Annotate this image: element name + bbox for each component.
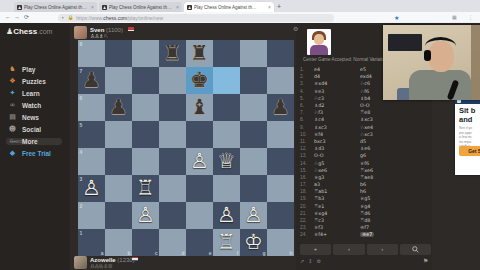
square-d2[interactable] <box>159 202 186 229</box>
move-row: 17.a3b6 <box>300 181 430 188</box>
move-row: 9.♗xc3♘xe4 <box>300 124 430 131</box>
sidebar <box>0 23 70 270</box>
top-player-captured-pieces: ♙♙♗♘ <box>90 33 108 39</box>
square-e5[interactable] <box>186 121 213 148</box>
move-number: 13. <box>300 153 314 158</box>
square-f8[interactable] <box>213 40 240 67</box>
share-icon[interactable]: ↗ <box>300 258 304 264</box>
ad-card: Sit b and See if yopre-appra few mino im… <box>455 104 480 175</box>
reload-icon[interactable]: ⟳ <box>24 14 29 21</box>
avatar-face <box>314 34 324 45</box>
move-row: 24.♕f4+♔e7 <box>300 231 430 238</box>
tab-close-icon[interactable]: × <box>91 4 94 10</box>
move-number: 23. <box>300 225 314 230</box>
sidebar-item-label: News <box>22 114 39 121</box>
tab-strip: ♟Play Chess Online Against th…×♟Play Che… <box>0 0 480 12</box>
square-a5[interactable]: 5 <box>78 121 105 148</box>
square-h2[interactable] <box>267 202 294 229</box>
square-e2[interactable] <box>186 202 213 229</box>
move-number: 5. <box>300 96 314 101</box>
piece-white-queen-f4[interactable]: ♕ <box>213 148 240 175</box>
people-icon: ☻ <box>8 125 17 134</box>
move-row: 21.♕xg4♖d6 <box>300 210 430 217</box>
add-button[interactable]: + <box>300 244 331 255</box>
square-a6[interactable]: 6 <box>78 94 105 121</box>
white-move[interactable]: ♖c3 <box>314 218 360 223</box>
square-g2[interactable]: ♙ <box>240 202 267 229</box>
shield-icon[interactable]: ◐ <box>62 15 65 21</box>
black-move[interactable]: ♗xc3 <box>360 117 406 122</box>
square-b8[interactable] <box>105 40 132 67</box>
sidebar-item-label: More <box>22 138 38 145</box>
rank-label: 8 <box>80 41 83 47</box>
puzzle-icon: ❖ <box>8 77 17 86</box>
tab-close-icon[interactable]: × <box>176 4 179 10</box>
square-a3[interactable]: 3♙ <box>78 175 105 202</box>
bottom-player-captured-pieces: ♟♟♞♝♛ <box>90 263 112 269</box>
rank-label: 6 <box>80 95 83 101</box>
square-h4[interactable] <box>267 148 294 175</box>
square-a8[interactable]: 8 <box>78 40 105 67</box>
dots-icon: ••• <box>8 137 17 146</box>
move-number: 17. <box>300 182 314 187</box>
square-b1[interactable]: b <box>105 229 132 256</box>
square-f7[interactable] <box>213 67 240 94</box>
move-number: 12. <box>300 146 314 151</box>
move-number: 9. <box>300 125 314 130</box>
sidebar-item-puzzles[interactable]: ❖Puzzles <box>8 76 46 86</box>
piece-black-pawn-h6[interactable]: ♟ <box>267 94 294 121</box>
sidebar-item-more[interactable]: •••More <box>8 136 38 146</box>
white-move[interactable]: ♕g3 <box>314 175 360 180</box>
move-controls: +‹› <box>300 244 431 256</box>
rank-label: 4 <box>80 149 83 155</box>
ad-cta-button[interactable]: Get St <box>459 146 480 156</box>
white-move[interactable]: ♖b3 <box>314 196 360 201</box>
square-f3[interactable] <box>213 175 240 202</box>
white-move[interactable]: bxc3 <box>314 139 360 144</box>
square-e6[interactable]: ♝ <box>186 94 213 121</box>
piece-white-rook-c3[interactable]: ♖ <box>132 175 159 202</box>
piece-white-pawn-f2[interactable]: ♙ <box>213 202 240 229</box>
square-f2[interactable]: ♙ <box>213 202 240 229</box>
piece-white-pawn-a3[interactable]: ♙ <box>78 175 105 202</box>
move-row: 20.♖e1♕g4 <box>300 203 430 210</box>
rank-label: 2 <box>80 203 83 209</box>
square-d8[interactable]: ♜ <box>159 40 186 67</box>
black-move[interactable]: ♖ae8 <box>360 175 406 180</box>
square-b6[interactable]: ♟ <box>105 94 132 121</box>
file-label: c <box>155 250 158 256</box>
panel-footer-icons: ↗↥⚙ <box>300 258 321 264</box>
forward-icon[interactable]: → <box>14 14 20 21</box>
move-number: 19. <box>300 196 314 201</box>
square-a4[interactable]: 4 <box>78 148 105 175</box>
newspaper-icon: ▤ <box>8 113 17 122</box>
ad-banner[interactable]: Sit b and See if yopre-appra few mino im… <box>455 97 480 175</box>
square-b5[interactable] <box>105 121 132 148</box>
move-number: 15. <box>300 168 314 173</box>
file-label: h <box>289 250 292 256</box>
black-move[interactable]: ♗e6 <box>360 146 406 151</box>
move-number: 2. <box>300 74 314 79</box>
url-bar[interactable]: ◐ 🔒 https://www.chess.com/play/online/ne… <box>58 14 334 23</box>
back-icon[interactable]: ← <box>5 14 11 21</box>
file-label: a <box>101 250 104 256</box>
move-row: 14.♘g5♕f6 <box>300 159 430 166</box>
move-number: 18. <box>300 189 314 194</box>
bottom-player-flag-icon <box>132 257 138 261</box>
black-move[interactable]: d5 <box>360 139 406 144</box>
white-move[interactable]: ♖ab1 <box>314 189 360 194</box>
diamond-icon: ◆ <box>8 149 17 158</box>
square-f5[interactable] <box>213 121 240 148</box>
lock-icon[interactable]: 🔒 <box>68 15 74 21</box>
binoculars-icon: ∞ <box>8 101 17 110</box>
chess-board[interactable]: 8♜♜7♟♚6♟♝♟54♙♕3♙♖2♙♙♙1abcdef♖g♔h <box>78 40 294 256</box>
avatar-top-player[interactable] <box>74 26 87 39</box>
move-number: 6. <box>300 103 314 108</box>
streamer-torso <box>409 70 471 100</box>
square-g1[interactable]: g♔ <box>240 229 267 256</box>
square-g5[interactable] <box>240 121 267 148</box>
bottom-player-name[interactable]: Azowelle (1230) <box>90 257 135 263</box>
file-label: e <box>209 250 212 256</box>
sidebar-item-label: Puzzles <box>22 78 46 85</box>
square-h6[interactable]: ♟ <box>267 94 294 121</box>
browser-tab[interactable]: ♟Play Chess Online Against th…× <box>14 2 97 12</box>
square-b2[interactable] <box>105 202 132 229</box>
white-move[interactable]: ♕f4 <box>314 132 360 137</box>
back-button[interactable]: ‹ <box>333 244 364 255</box>
headphone-earcup <box>424 50 431 61</box>
square-b7[interactable] <box>105 67 132 94</box>
move-row: 16.♕g3♖ae8 <box>300 174 430 181</box>
move-number: 24. <box>300 232 314 237</box>
tv-on-wall <box>388 34 422 51</box>
move-row: 23.♕f3♔f7 <box>300 224 430 231</box>
square-h8[interactable] <box>267 40 294 67</box>
sidebar-item-label: Play <box>22 66 35 73</box>
square-f1[interactable]: f♖ <box>213 229 240 256</box>
sidebar-item-learn[interactable]: ✦Learn <box>8 88 40 98</box>
square-g3[interactable] <box>240 175 267 202</box>
black-move[interactable]: ♘xe4 <box>360 125 406 130</box>
square-d5[interactable] <box>159 121 186 148</box>
black-move[interactable]: ♖d8 <box>360 218 406 223</box>
sidebar-item-news[interactable]: ▤News <box>8 112 39 122</box>
move-row: 19.♖b3♕g5 <box>300 195 430 202</box>
white-move[interactable]: ♗xc3 <box>314 125 360 130</box>
white-move[interactable]: d4 <box>314 74 360 79</box>
knight-icon: ♞ <box>8 65 17 74</box>
black-move[interactable]: ♔e7 <box>360 232 374 237</box>
move-row: 13.O-Og6 <box>300 152 430 159</box>
square-d1[interactable]: d <box>159 229 186 256</box>
piece-black-rook-e8[interactable]: ♜ <box>186 40 213 67</box>
square-e1[interactable]: e <box>186 229 213 256</box>
tab-title: Play Chess Online Against th… <box>24 5 89 10</box>
square-b4[interactable] <box>105 148 132 175</box>
square-g4[interactable] <box>240 148 267 175</box>
sidebar-item-label: Social <box>22 126 41 133</box>
square-c8[interactable] <box>132 40 159 67</box>
sidebar-item-label: Watch <box>22 102 41 109</box>
settings-icon[interactable]: ⚙ <box>316 258 320 264</box>
doorway <box>471 25 480 100</box>
move-number: 1. <box>300 67 314 72</box>
square-g7[interactable] <box>240 67 267 94</box>
square-f4[interactable]: ♕ <box>213 148 240 175</box>
avatar-shirt <box>310 45 328 55</box>
square-e3[interactable] <box>186 175 213 202</box>
move-number: 22. <box>300 218 314 223</box>
white-move[interactable]: ♕e3 <box>314 89 360 94</box>
move-number: 8. <box>300 117 314 122</box>
piece-black-king-e7[interactable]: ♚ <box>186 67 213 94</box>
piece-white-king-g1[interactable]: ♔ <box>240 229 267 256</box>
ad-headline-2: and <box>459 116 480 125</box>
white-move[interactable]: ♖e1 <box>314 204 360 209</box>
white-move[interactable]: ♗d2 <box>314 103 360 108</box>
move-number: 16. <box>300 175 314 180</box>
forward-button[interactable]: › <box>367 244 398 255</box>
square-h5[interactable] <box>267 121 294 148</box>
square-e4[interactable]: ♙ <box>186 148 213 175</box>
webcam-overlay <box>383 25 480 100</box>
square-a2[interactable]: 2 <box>78 202 105 229</box>
file-label: b <box>127 250 130 256</box>
square-f6[interactable] <box>213 94 240 121</box>
black-move[interactable]: g6 <box>360 153 406 158</box>
rank-label: 5 <box>80 122 83 128</box>
black-move[interactable]: b6 <box>360 182 406 187</box>
white-move[interactable]: ♕f4+ <box>314 232 360 237</box>
download-icon[interactable]: ↥ <box>308 258 312 264</box>
move-row: 7.♘f3♖e8 <box>300 109 430 116</box>
rank-label: 1 <box>80 230 83 236</box>
browser-tab[interactable]: ♟Play Chess Online Against th…× <box>99 2 182 12</box>
square-c1[interactable]: c <box>132 229 159 256</box>
new-tab-button[interactable]: + <box>277 3 281 10</box>
piece-black-pawn-b6[interactable]: ♟ <box>105 94 132 121</box>
piece-white-rook-f1[interactable]: ♖ <box>213 229 240 256</box>
black-move[interactable]: ♕f6 <box>360 161 406 166</box>
square-b3[interactable] <box>105 175 132 202</box>
white-move[interactable]: e4 <box>314 67 360 72</box>
square-e7[interactable]: ♚ <box>186 67 213 94</box>
move-number: 11. <box>300 139 314 144</box>
sidebar-item-social[interactable]: ☻Social <box>8 124 41 134</box>
piece-black-pawn-a7[interactable]: ♟ <box>78 67 105 94</box>
square-a1[interactable]: 1a <box>78 229 105 256</box>
avatar-bottom-player[interactable] <box>74 256 87 269</box>
move-number: 14. <box>300 161 314 166</box>
sidebar-item-watch[interactable]: ∞Watch <box>8 100 41 110</box>
top-player-rating: (1100) <box>106 27 123 33</box>
black-move[interactable]: ♕g4 <box>360 204 406 209</box>
magnifier-icon <box>412 246 419 253</box>
chesscom-favicon: ♟ <box>187 5 192 10</box>
piece-white-pawn-e4[interactable]: ♙ <box>186 148 213 175</box>
square-d7[interactable] <box>159 67 186 94</box>
square-d3[interactable] <box>159 175 186 202</box>
browser-tab[interactable]: ♟Play Chess Online Against th…× <box>184 2 274 12</box>
top-player-flag-icon <box>128 27 134 31</box>
square-c5[interactable] <box>132 121 159 148</box>
file-label: d <box>181 250 184 256</box>
move-row: 10.♕f4♘xc3 <box>300 131 430 138</box>
square-e8[interactable]: ♜ <box>186 40 213 67</box>
piece-white-pawn-c2[interactable]: ♙ <box>132 202 159 229</box>
square-c7[interactable] <box>132 67 159 94</box>
black-move[interactable]: ♖xe6 <box>360 168 406 173</box>
flag-icon[interactable]: ⚑ <box>423 257 428 264</box>
square-d6[interactable] <box>159 94 186 121</box>
white-move[interactable]: O-O <box>314 153 360 158</box>
white-move[interactable]: ♘g5 <box>314 161 360 166</box>
move-row: 15.♘xe6♖xe6 <box>300 167 430 174</box>
move-number: 4. <box>300 89 314 94</box>
grad-cap-icon: ✦ <box>8 89 17 98</box>
move-row: 8.♗c4♗xc3 <box>300 116 430 123</box>
white-move[interactable]: ♘f3 <box>314 110 360 115</box>
gear-icon[interactable]: ⚙ <box>293 25 298 32</box>
url-text[interactable]: https://www.chess.com/play/online/new <box>76 15 163 21</box>
move-row: 18.♖ab1h6 <box>300 188 430 195</box>
black-move[interactable]: h6 <box>360 189 406 194</box>
move-number: 10. <box>300 132 314 137</box>
square-a7[interactable]: 7♟ <box>78 67 105 94</box>
sidebar-item-label: Learn <box>22 90 40 97</box>
square-c4[interactable] <box>132 148 159 175</box>
white-move[interactable]: ♘c3 <box>314 96 360 101</box>
square-c2[interactable]: ♙ <box>132 202 159 229</box>
piece-white-pawn-g2[interactable]: ♙ <box>240 202 267 229</box>
sidebar-item-play[interactable]: ♞Play <box>8 64 35 74</box>
tab-close-icon[interactable]: × <box>268 4 271 10</box>
square-g8[interactable] <box>240 40 267 67</box>
menu-icon[interactable]: ⋮ <box>468 14 473 20</box>
browser-chrome: ♟Play Chess Online Against th…×♟Play Che… <box>0 0 480 23</box>
black-move[interactable]: ♘xc3 <box>360 132 406 137</box>
black-move[interactable]: O-O <box>360 103 406 108</box>
move-number: 7. <box>300 110 314 115</box>
square-h7[interactable] <box>267 67 294 94</box>
white-move[interactable]: a3 <box>314 182 360 187</box>
square-c3[interactable]: ♖ <box>132 175 159 202</box>
move-row: 12.♗d3♗e6 <box>300 145 430 152</box>
top-player-name[interactable]: Sven (1100) <box>90 27 123 33</box>
white-move[interactable]: ♕xd4 <box>314 81 360 86</box>
screen: ♟Play Chess Online Against th…×♟Play Che… <box>0 0 480 270</box>
square-g6[interactable] <box>240 94 267 121</box>
square-h3[interactable] <box>267 175 294 202</box>
black-move[interactable]: ♕g5 <box>360 196 406 201</box>
white-move[interactable]: ♕f3 <box>314 225 360 230</box>
white-move[interactable]: ♕xg4 <box>314 211 360 216</box>
square-d4[interactable] <box>159 148 186 175</box>
chesscom-logo[interactable]: ♟Chess.com <box>6 27 52 36</box>
black-move[interactable]: ♔f7 <box>360 225 406 230</box>
black-move[interactable]: ♖e8 <box>360 110 406 115</box>
move-row: 11.bxc3d5 <box>300 138 430 145</box>
tab-title: Play Chess Online Against th… <box>194 5 266 10</box>
move-number: 21. <box>300 211 314 216</box>
black-move[interactable]: ♖d6 <box>360 211 406 216</box>
piece-black-bishop-e6[interactable]: ♝ <box>186 94 213 121</box>
sidebar-item-label: Free Trial <box>22 150 51 157</box>
chesscom-favicon: ♟ <box>17 5 22 10</box>
bookmark-star-icon[interactable]: ★ <box>394 14 399 21</box>
move-number: 20. <box>300 204 314 209</box>
tab-title: Play Chess Online Against th… <box>109 5 174 10</box>
chesscom-favicon: ♟ <box>102 5 107 10</box>
white-move[interactable]: ♘xe6 <box>314 168 360 173</box>
sidebar-item-free-trial[interactable]: ◆Free Trial <box>8 148 51 158</box>
move-number: 3. <box>300 81 314 86</box>
analysis-button[interactable] <box>400 244 431 255</box>
move-row: 22.♖c3♖d8 <box>300 217 430 224</box>
piece-black-rook-d8[interactable]: ♜ <box>159 40 186 67</box>
move-row: 6.♗d2O-O <box>300 102 430 109</box>
white-move[interactable]: ♗c4 <box>314 117 360 122</box>
opponent-avatar[interactable] <box>307 29 331 55</box>
square-c6[interactable] <box>132 94 159 121</box>
square-h1[interactable]: h <box>267 229 294 256</box>
white-move[interactable]: ♗d3 <box>314 146 360 151</box>
extension-icon[interactable]: ▦ <box>452 14 457 20</box>
